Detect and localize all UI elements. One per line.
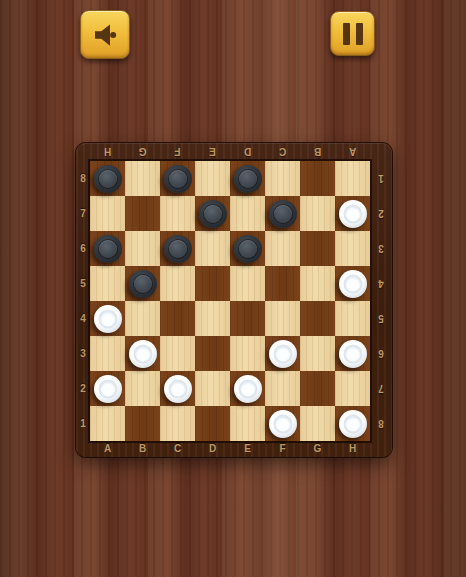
square-E8[interactable] — [230, 161, 265, 196]
square-D4 — [195, 301, 230, 336]
square-C4[interactable] — [160, 301, 195, 336]
black-piece[interactable] — [199, 200, 227, 228]
file-label-bottom-F: F — [265, 441, 300, 456]
square-G2[interactable] — [300, 371, 335, 406]
speaker-icon — [90, 20, 120, 50]
piece-core — [169, 240, 187, 258]
piece-core — [169, 170, 187, 188]
sound-button[interactable] — [80, 10, 130, 59]
rank-label-left-6: 6 — [76, 231, 90, 266]
piece-core — [343, 414, 362, 433]
square-H2 — [335, 371, 370, 406]
square-H7[interactable] — [335, 196, 370, 231]
square-G5 — [300, 266, 335, 301]
black-piece[interactable] — [164, 235, 192, 263]
square-A1 — [90, 406, 125, 441]
square-D8 — [195, 161, 230, 196]
square-E4[interactable] — [230, 301, 265, 336]
white-piece[interactable] — [339, 270, 367, 298]
square-C6[interactable] — [160, 231, 195, 266]
square-G7 — [300, 196, 335, 231]
square-F1[interactable] — [265, 406, 300, 441]
square-A2[interactable] — [90, 371, 125, 406]
black-piece[interactable] — [269, 200, 297, 228]
white-piece[interactable] — [269, 410, 297, 438]
piece-core — [343, 274, 362, 293]
white-piece[interactable] — [339, 340, 367, 368]
rank-label-left-4: 4 — [76, 301, 90, 336]
white-piece[interactable] — [339, 200, 367, 228]
square-A5 — [90, 266, 125, 301]
file-label-bottom-H: H — [335, 441, 370, 456]
black-piece[interactable] — [234, 235, 262, 263]
square-B4 — [125, 301, 160, 336]
square-C8[interactable] — [160, 161, 195, 196]
piece-core — [204, 205, 222, 223]
black-piece[interactable] — [234, 165, 262, 193]
rank-label-left-2: 2 — [76, 371, 90, 406]
square-C3 — [160, 336, 195, 371]
piece-core — [99, 240, 117, 258]
file-label-top-H: H — [90, 144, 125, 159]
file-label-bottom-G: G — [300, 441, 335, 456]
square-F3[interactable] — [265, 336, 300, 371]
square-C5 — [160, 266, 195, 301]
square-C7 — [160, 196, 195, 231]
square-A3 — [90, 336, 125, 371]
black-piece[interactable] — [94, 165, 122, 193]
rank-label-left-3: 3 — [76, 336, 90, 371]
square-D5[interactable] — [195, 266, 230, 301]
checkers-board: HA81GB72FC63ED54DE45CF36BG27AH18 — [76, 143, 392, 457]
square-H3[interactable] — [335, 336, 370, 371]
piece-core — [273, 344, 292, 363]
file-label-top-E: E — [195, 144, 230, 159]
square-D6 — [195, 231, 230, 266]
piece-core — [274, 205, 292, 223]
piece-core — [238, 379, 257, 398]
square-H1[interactable] — [335, 406, 370, 441]
square-C1 — [160, 406, 195, 441]
square-H5[interactable] — [335, 266, 370, 301]
square-E3 — [230, 336, 265, 371]
square-E6[interactable] — [230, 231, 265, 266]
square-D7[interactable] — [195, 196, 230, 231]
file-label-top-D: D — [230, 144, 265, 159]
black-piece[interactable] — [164, 165, 192, 193]
white-piece[interactable] — [94, 375, 122, 403]
game-background: HA81GB72FC63ED54DE45CF36BG27AH18 — [0, 0, 466, 577]
square-H4 — [335, 301, 370, 336]
square-E1 — [230, 406, 265, 441]
square-B7[interactable] — [125, 196, 160, 231]
rank-label-left-7: 7 — [76, 196, 90, 231]
piece-core — [273, 414, 292, 433]
square-F7[interactable] — [265, 196, 300, 231]
file-label-bottom-C: C — [160, 441, 195, 456]
rank-label-right-7: 7 — [370, 371, 392, 406]
square-E7 — [230, 196, 265, 231]
file-label-bottom-B: B — [125, 441, 160, 456]
piece-core — [99, 170, 117, 188]
square-C2[interactable] — [160, 371, 195, 406]
file-label-top-G: G — [125, 144, 160, 159]
piece-core — [239, 240, 257, 258]
rank-label-left-1: 1 — [76, 406, 90, 441]
rank-label-left-5: 5 — [76, 266, 90, 301]
white-piece[interactable] — [129, 340, 157, 368]
square-H8 — [335, 161, 370, 196]
file-label-bottom-A: A — [90, 441, 125, 456]
square-H6 — [335, 231, 370, 266]
file-label-top-B: B — [300, 144, 335, 159]
pause-icon — [343, 23, 363, 45]
file-label-top-C: C — [265, 144, 300, 159]
file-label-top-F: F — [160, 144, 195, 159]
square-D1[interactable] — [195, 406, 230, 441]
rank-label-right-6: 6 — [370, 336, 392, 371]
rank-label-right-5: 5 — [370, 301, 392, 336]
white-piece[interactable] — [234, 375, 262, 403]
file-label-top-A: A — [335, 144, 370, 159]
square-F4 — [265, 301, 300, 336]
square-B5[interactable] — [125, 266, 160, 301]
square-F2 — [265, 371, 300, 406]
piece-core — [239, 170, 257, 188]
square-G4[interactable] — [300, 301, 335, 336]
board-grid — [90, 161, 370, 441]
rank-label-right-1: 1 — [370, 161, 392, 196]
white-piece[interactable] — [339, 410, 367, 438]
piece-core — [133, 344, 152, 363]
black-piece[interactable] — [94, 235, 122, 263]
square-A7 — [90, 196, 125, 231]
square-B6 — [125, 231, 160, 266]
square-E5 — [230, 266, 265, 301]
file-label-bottom-D: D — [195, 441, 230, 456]
square-G8[interactable] — [300, 161, 335, 196]
white-piece[interactable] — [269, 340, 297, 368]
square-E2[interactable] — [230, 371, 265, 406]
piece-core — [343, 204, 362, 223]
rank-label-left-8: 8 — [76, 161, 90, 196]
black-piece[interactable] — [129, 270, 157, 298]
square-A8[interactable] — [90, 161, 125, 196]
square-F5[interactable] — [265, 266, 300, 301]
rank-label-right-8: 8 — [370, 406, 392, 441]
white-piece[interactable] — [94, 305, 122, 333]
square-F6 — [265, 231, 300, 266]
square-B2 — [125, 371, 160, 406]
square-F8 — [265, 161, 300, 196]
piece-core — [98, 309, 117, 328]
square-D3[interactable] — [195, 336, 230, 371]
piece-core — [134, 275, 152, 293]
square-A6[interactable] — [90, 231, 125, 266]
rank-label-right-4: 4 — [370, 266, 392, 301]
square-D2 — [195, 371, 230, 406]
square-G6[interactable] — [300, 231, 335, 266]
white-piece[interactable] — [164, 375, 192, 403]
piece-core — [168, 379, 187, 398]
piece-core — [343, 344, 362, 363]
square-B1[interactable] — [125, 406, 160, 441]
piece-core — [98, 379, 117, 398]
square-A4[interactable] — [90, 301, 125, 336]
square-B8 — [125, 161, 160, 196]
file-label-bottom-E: E — [230, 441, 265, 456]
square-G1 — [300, 406, 335, 441]
pause-button[interactable] — [330, 11, 375, 56]
rank-label-right-2: 2 — [370, 196, 392, 231]
rank-label-right-3: 3 — [370, 231, 392, 266]
square-G3 — [300, 336, 335, 371]
square-B3[interactable] — [125, 336, 160, 371]
